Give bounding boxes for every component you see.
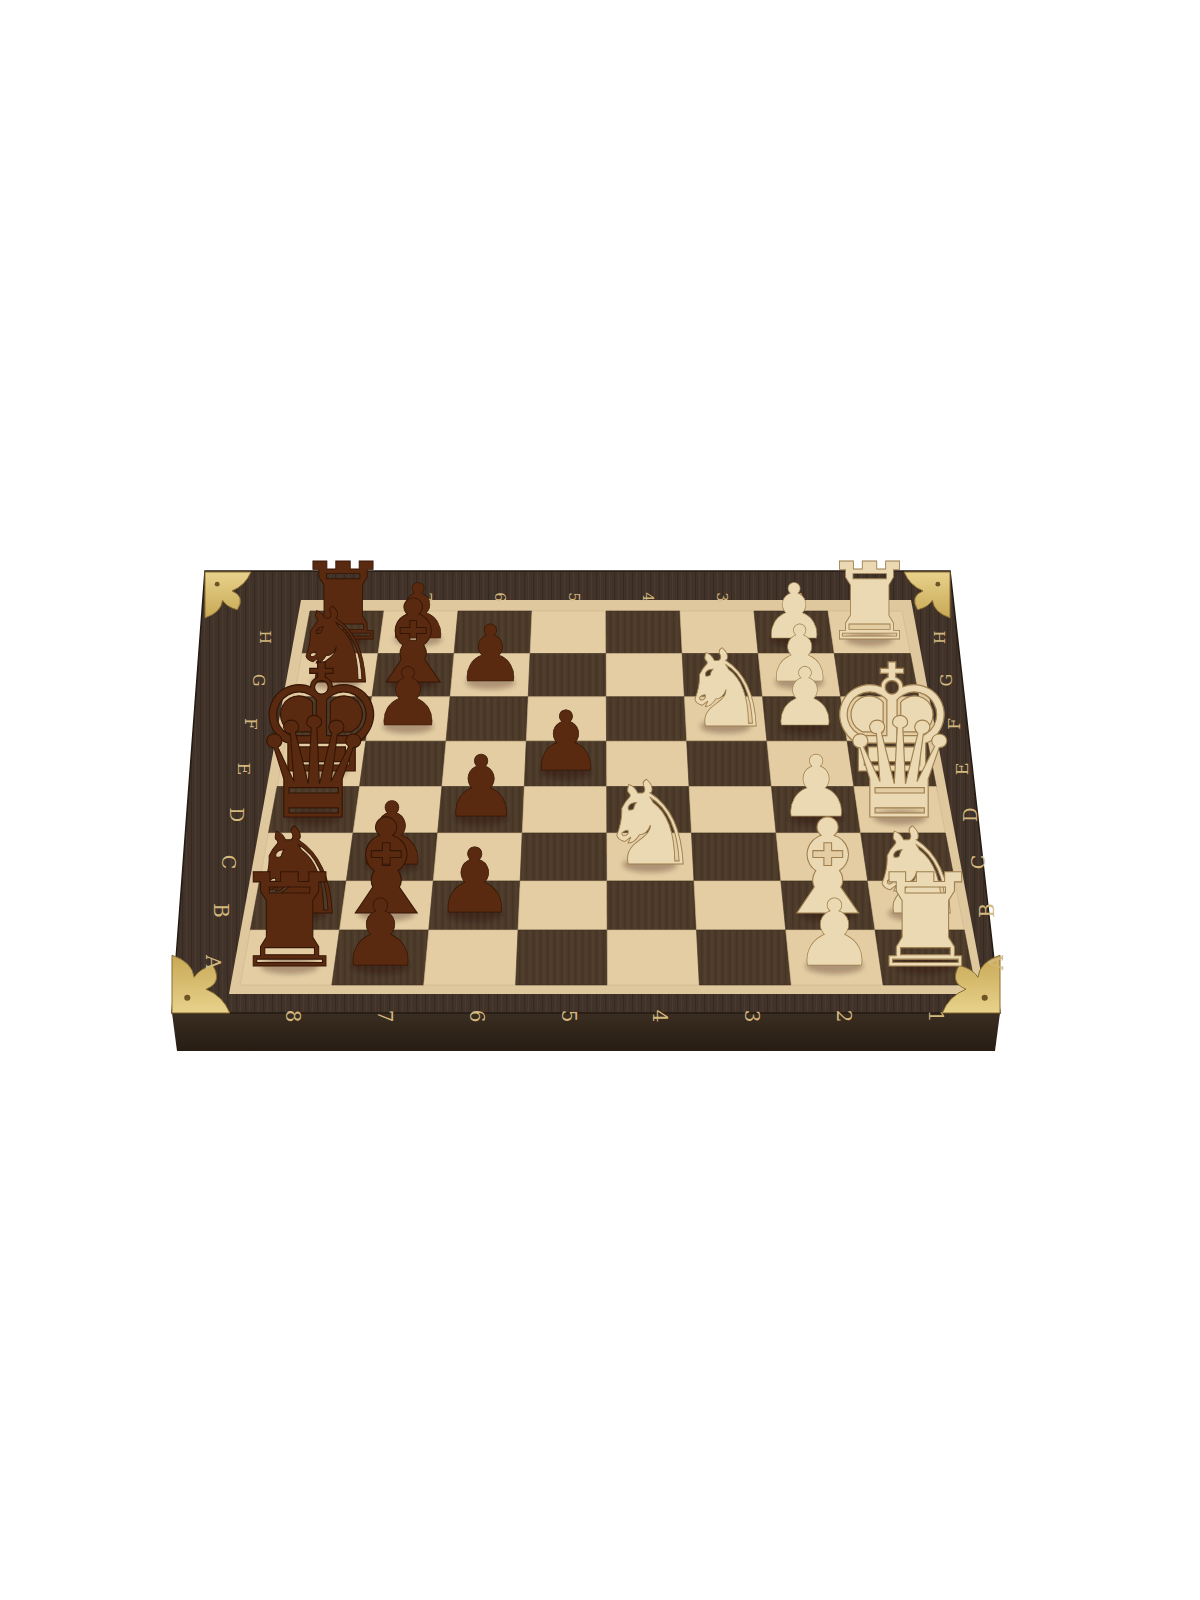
label-file-right-A: A <box>984 954 1008 971</box>
piece-glyph: ♞ <box>598 756 702 891</box>
piece-black-p-b6[interactable]: ♟ <box>435 829 515 933</box>
square-b5[interactable] <box>518 881 607 930</box>
label-rank-bottom-8: 8 <box>281 1010 305 1023</box>
piece-white-p-a2[interactable]: ♟ <box>793 880 875 987</box>
label-rank-top-3: 3 <box>713 592 731 602</box>
label-rank-bottom-4: 4 <box>648 1010 672 1023</box>
square-c5[interactable] <box>520 833 607 881</box>
label-rank-bottom-6: 6 <box>465 1010 489 1023</box>
square-f4[interactable] <box>606 697 686 742</box>
piece-glyph: ♟ <box>435 829 515 933</box>
label-rank-bottom-5: 5 <box>557 1010 581 1023</box>
piece-glyph: ♟ <box>793 880 875 987</box>
label-rank-top-5: 5 <box>565 592 583 602</box>
product-photo-stage: HGFEDCBAHGFEDCBA8765432187654321♜♟♟♜♞♝♟♟… <box>0 0 1200 1600</box>
square-g4[interactable] <box>606 654 684 697</box>
piece-glyph: ♟ <box>529 693 603 789</box>
square-h4[interactable] <box>606 611 682 654</box>
piece-glyph: ♜ <box>232 846 348 996</box>
label-file-left-A: A <box>201 954 225 971</box>
piece-white-r-a1[interactable]: ♜ <box>867 846 983 996</box>
label-rank-top-4: 4 <box>639 592 657 602</box>
chessboard: HGFEDCBAHGFEDCBA8765432187654321♜♟♟♜♞♝♟♟… <box>0 0 1200 1600</box>
piece-black-p-a7[interactable]: ♟ <box>339 880 421 987</box>
piece-glyph: ♟ <box>455 608 525 699</box>
square-a5[interactable] <box>516 930 608 985</box>
piece-glyph: ♟ <box>339 880 421 987</box>
label-rank-bottom-2: 2 <box>832 1010 856 1023</box>
piece-black-p-d6[interactable]: ♟ <box>443 737 519 836</box>
square-d3[interactable] <box>689 787 776 834</box>
label-rank-bottom-3: 3 <box>740 1010 764 1023</box>
square-c3[interactable] <box>692 833 781 881</box>
label-rank-top-6: 6 <box>491 592 509 602</box>
piece-glyph: ♜ <box>867 846 983 996</box>
square-d5[interactable] <box>522 787 607 834</box>
square-h5[interactable] <box>530 611 606 654</box>
square-a4[interactable] <box>607 930 699 985</box>
piece-glyph: ♞ <box>678 627 774 751</box>
label-file-left-B: B <box>209 903 232 918</box>
square-g5[interactable] <box>528 654 606 697</box>
piece-black-p-g6[interactable]: ♟ <box>455 608 525 699</box>
piece-black-p-e5[interactable]: ♟ <box>529 693 603 789</box>
label-rank-bottom-1: 1 <box>924 1010 948 1023</box>
label-rank-bottom-7: 7 <box>373 1010 397 1023</box>
piece-white-n-c4[interactable]: ♞ <box>598 756 702 891</box>
piece-white-n-f3[interactable]: ♞ <box>678 627 774 751</box>
piece-glyph: ♟ <box>443 737 519 836</box>
piece-black-r-a8[interactable]: ♜ <box>232 846 348 996</box>
